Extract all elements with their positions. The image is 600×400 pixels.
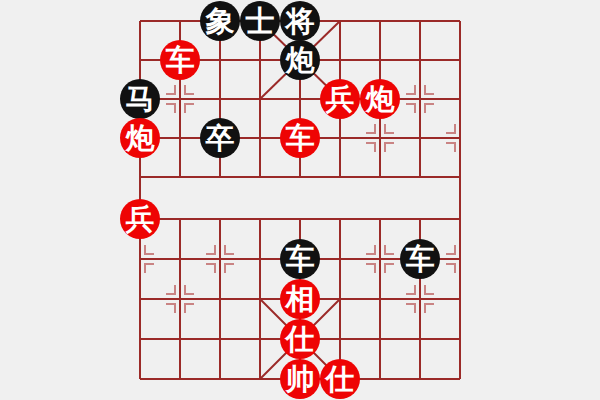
- piece-black-elephant[interactable]: 象: [200, 1, 240, 41]
- piece-black-chariot[interactable]: 车: [280, 239, 320, 279]
- piece-red-advisor[interactable]: 仕: [280, 319, 320, 359]
- piece-black-cannon[interactable]: 炮: [280, 40, 320, 80]
- piece-red-chariot[interactable]: 车: [280, 118, 320, 158]
- piece-red-chariot[interactable]: 车: [160, 40, 200, 80]
- piece-black-horse[interactable]: 马: [120, 79, 160, 119]
- piece-red-general[interactable]: 帅: [280, 359, 320, 399]
- piece-red-cannon[interactable]: 炮: [120, 118, 160, 158]
- piece-black-advisor[interactable]: 士: [240, 1, 280, 41]
- piece-red-soldier[interactable]: 兵: [120, 199, 160, 239]
- piece-layer: 象士将车炮马兵炮炮卒车兵车车相仕帅仕: [0, 0, 600, 400]
- piece-black-soldier[interactable]: 卒: [200, 118, 240, 158]
- piece-black-chariot[interactable]: 车: [400, 239, 440, 279]
- screenshot-root: 象士将车炮马兵炮炮卒车兵车车相仕帅仕: [0, 0, 600, 400]
- piece-black-general[interactable]: 将: [280, 1, 320, 41]
- xiangqi-board: 象士将车炮马兵炮炮卒车兵车车相仕帅仕: [0, 0, 600, 400]
- piece-red-advisor[interactable]: 仕: [320, 359, 360, 399]
- piece-red-elephant[interactable]: 相: [280, 279, 320, 319]
- piece-red-soldier[interactable]: 兵: [320, 79, 360, 119]
- piece-red-cannon[interactable]: 炮: [360, 79, 400, 119]
